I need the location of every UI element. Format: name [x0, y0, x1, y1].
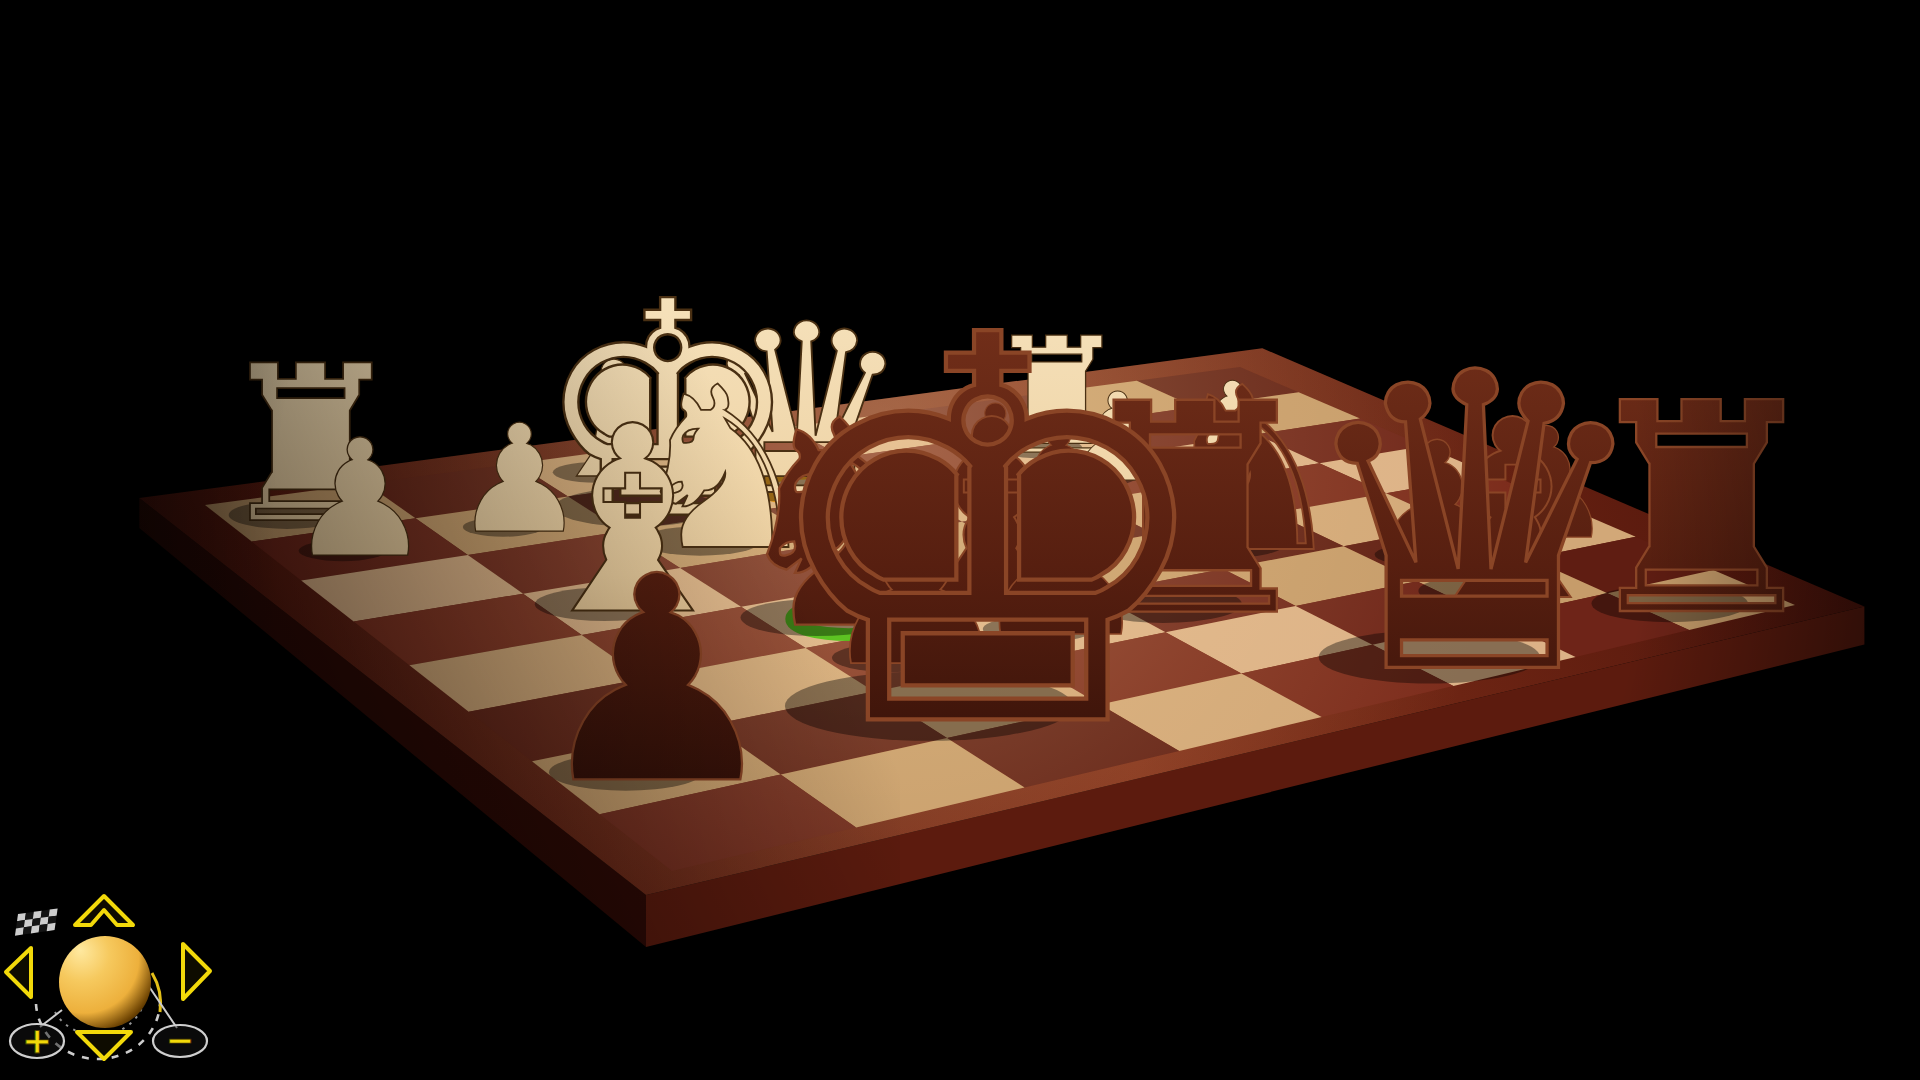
- zoom-in-label: +: [22, 1020, 52, 1061]
- vignette: [0, 0, 1920, 1080]
- trackball[interactable]: [59, 936, 151, 1028]
- zoom-out-label: −: [166, 1020, 195, 1060]
- board-3d-render: ♜♟♝♟♛♟♚♜♟♟♟♞♞♟♟♝♝♜♜♝♞♟♛♟♚♟+−: [0, 0, 1920, 1080]
- chess-3d-scene: ♜♟♝♟♛♟♚♜♟♟♟♞♞♟♟♝♝♜♜♝♞♟♛♟♚♟+−: [0, 0, 1920, 1080]
